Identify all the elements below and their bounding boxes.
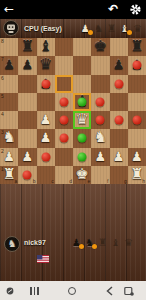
square-h8[interactable]: ♜	[128, 38, 146, 56]
square-g6[interactable]	[110, 75, 128, 93]
status-bar: ← ↶	[0, 0, 146, 19]
rank-label-6: 6	[1, 76, 4, 81]
square-c3[interactable]: ♟	[37, 129, 55, 147]
square-e3[interactable]	[73, 129, 91, 147]
screen-capture-icon[interactable]	[124, 281, 134, 300]
square-f6[interactable]	[91, 75, 109, 93]
captured-white-pawn: ♟	[80, 22, 91, 35]
user-avatar-knight-icon: ♞	[8, 239, 17, 249]
green-move-dot-e3	[78, 134, 87, 143]
white-pawn-c3: ♟	[40, 131, 52, 144]
red-move-dot-g4	[114, 116, 123, 125]
square-h6[interactable]	[128, 75, 146, 93]
black-pawn-b7: ♟	[22, 58, 34, 71]
black-rook-h8: ♜	[130, 39, 143, 54]
green-move-dot-e2	[78, 152, 87, 161]
red-move-dot-b1	[23, 170, 32, 179]
square-b2[interactable]: ♟	[18, 148, 36, 166]
square-f5[interactable]	[91, 93, 109, 111]
captured-white-rook-slot: ♜	[106, 22, 117, 35]
captured-white-knight-slot: ♞	[93, 22, 104, 35]
red-move-dot-h4	[132, 116, 141, 125]
captured-white-bishop: ♝	[119, 22, 130, 35]
square-d8[interactable]	[55, 38, 73, 56]
square-b3[interactable]	[18, 129, 36, 147]
square-e8[interactable]	[73, 38, 91, 56]
square-f7[interactable]	[91, 56, 109, 74]
chess-board: 8♜♝♚♜7♟♟♛♟♟6♟5♝4♟♛3♞♟♞2♟♟♟♟♟1a♜bcde♚fgh♜	[0, 38, 146, 184]
white-knight-a3: ♞	[2, 130, 15, 145]
square-c6[interactable]: ♟	[37, 75, 55, 93]
square-d1[interactable]: d	[55, 166, 73, 184]
nav-back-icon[interactable]	[106, 281, 113, 300]
square-h1[interactable]: h♜	[128, 166, 146, 184]
captured-white-queen-slot: ♛	[132, 22, 143, 35]
recents-icon[interactable]	[30, 281, 39, 300]
black-pawn-g7: ♟	[113, 58, 125, 71]
square-b4[interactable]	[18, 111, 36, 129]
square-d5[interactable]	[55, 93, 73, 111]
white-pawn-f2: ♟	[95, 150, 107, 163]
square-g8[interactable]	[110, 38, 128, 56]
user-player-name: nick97	[24, 239, 46, 246]
black-king-f8: ♚	[94, 39, 107, 54]
edge-panel-icon[interactable]	[6, 281, 14, 300]
square-d3[interactable]	[55, 129, 73, 147]
square-e6[interactable]	[73, 75, 91, 93]
square-f8[interactable]: ♚	[91, 38, 109, 56]
square-c1[interactable]: c	[37, 166, 55, 184]
file-label-b: b	[33, 179, 36, 184]
captured-black-queen-slot: ♛	[123, 236, 134, 249]
android-nav-bar	[0, 281, 146, 300]
white-pawn-a2: ♟	[3, 150, 15, 163]
white-pawn-b2: ♟	[22, 150, 34, 163]
square-c4[interactable]: ♟	[37, 111, 55, 129]
square-a4[interactable]: 4	[0, 111, 18, 129]
square-f1[interactable]: f	[91, 166, 109, 184]
white-pawn-g2: ♟	[113, 150, 125, 163]
red-move-dot-c6	[41, 79, 50, 88]
square-f3[interactable]: ♞	[91, 129, 109, 147]
square-b6[interactable]	[18, 75, 36, 93]
square-e2[interactable]	[73, 148, 91, 166]
square-h2[interactable]: ♟	[128, 148, 146, 166]
red-move-dot-f5	[96, 97, 105, 106]
red-move-dot-c2	[41, 152, 50, 161]
red-move-dot-f4	[96, 116, 105, 125]
undo-icon[interactable]: ↶	[108, 3, 118, 15]
square-h5[interactable]	[128, 93, 146, 111]
captured-tray-top: ♟♞♜♝♛	[80, 22, 143, 35]
square-a7[interactable]: 7♟	[0, 56, 18, 74]
square-c5[interactable]	[37, 93, 55, 111]
white-pawn-h2: ♟	[131, 150, 143, 163]
us-flag-icon	[37, 249, 49, 267]
square-h4[interactable]	[128, 111, 146, 129]
bottom-player-bar: ♞ nick97 ♟♞♜♝♛	[0, 184, 146, 281]
square-c7[interactable]: ♛	[37, 56, 55, 74]
black-pawn-a7: ♟	[3, 58, 15, 71]
square-d2[interactable]	[55, 148, 73, 166]
square-e4[interactable]: ♛	[73, 111, 91, 129]
square-a2[interactable]: 2♟	[0, 148, 18, 166]
square-g5[interactable]	[110, 93, 128, 111]
rank-label-5: 5	[1, 94, 4, 99]
captured-black-rook-slot: ♜	[97, 236, 108, 249]
square-g2[interactable]: ♟	[110, 148, 128, 166]
square-f4[interactable]	[91, 111, 109, 129]
square-b8[interactable]: ♜	[18, 38, 36, 56]
file-label-c: c	[51, 179, 54, 184]
settings-gear-icon[interactable]	[129, 3, 142, 19]
back-icon[interactable]: ←	[4, 3, 14, 15]
captured-black-pawn: ♟	[71, 236, 82, 249]
black-rook-b8: ♜	[21, 39, 34, 54]
white-king-e1: ♚	[75, 167, 88, 182]
square-d7[interactable]	[55, 56, 73, 74]
square-e5[interactable]: ♝	[73, 93, 91, 111]
rank-label-8: 8	[1, 39, 4, 44]
rank-label-4: 4	[1, 112, 4, 117]
green-move-dot-e5	[78, 97, 87, 106]
black-bishop-c8: ♝	[39, 39, 52, 54]
square-a5[interactable]: 5	[0, 93, 18, 111]
file-label-f: f	[107, 179, 108, 184]
square-c8[interactable]: ♝	[37, 38, 55, 56]
red-move-dot-d5	[59, 97, 68, 106]
white-queen-e4: ♛	[75, 112, 88, 127]
square-a3[interactable]: 3♞	[0, 129, 18, 147]
white-rook-a1: ♜	[2, 167, 15, 182]
square-g3[interactable]	[110, 129, 128, 147]
file-label-g: g	[124, 179, 127, 184]
square-b1[interactable]: b	[18, 166, 36, 184]
red-move-dot-d3	[59, 134, 68, 143]
red-move-dot-g6	[114, 79, 123, 88]
cpu-robot-avatar	[3, 20, 19, 36]
file-label-d: d	[69, 179, 72, 184]
captured-tray-bottom: ♟♞♜♝♛	[71, 236, 134, 249]
red-move-dot-h7	[132, 61, 141, 70]
square-g7[interactable]: ♟	[110, 56, 128, 74]
red-move-dot-d4	[59, 116, 68, 125]
square-a8[interactable]: 8	[0, 38, 18, 56]
square-b5[interactable]	[18, 93, 36, 111]
captured-black-knight: ♞	[84, 236, 95, 249]
top-player-bar: CPU (Easy) ♟♞♜♝♛	[0, 19, 146, 38]
square-a1[interactable]: 1a♜	[0, 166, 18, 184]
white-pawn-c4: ♟	[40, 113, 52, 126]
white-knight-f3: ♞	[94, 130, 107, 145]
home-icon[interactable]	[68, 281, 76, 300]
square-a6[interactable]: 6	[0, 75, 18, 93]
square-h7[interactable]: ♟	[128, 56, 146, 74]
square-h3[interactable]	[128, 129, 146, 147]
square-e7[interactable]	[73, 56, 91, 74]
user-avatar: ♞	[4, 236, 20, 252]
square-g1[interactable]: g	[110, 166, 128, 184]
black-queen-c7: ♛	[39, 57, 52, 72]
square-e1[interactable]: e♚	[73, 166, 91, 184]
captured-black-bishop-slot: ♝	[110, 236, 121, 249]
white-rook-h1: ♜	[130, 167, 143, 182]
square-d4[interactable]	[55, 111, 73, 129]
cpu-player-name: CPU (Easy)	[24, 25, 62, 32]
square-g4[interactable]	[110, 111, 128, 129]
square-f2[interactable]: ♟	[91, 148, 109, 166]
square-b7[interactable]: ♟	[18, 56, 36, 74]
square-d6[interactable]	[55, 75, 73, 93]
square-c2[interactable]	[37, 148, 55, 166]
